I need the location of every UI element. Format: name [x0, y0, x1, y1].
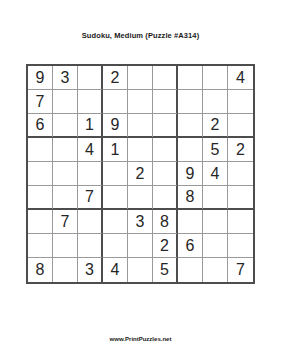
cell-r4c3-given-4[interactable]: 4: [78, 138, 103, 162]
footer-url: www.PrintPuzzles.net: [0, 336, 281, 342]
cell-r6c9-empty[interactable]: [228, 186, 253, 210]
cell-r5c4-empty[interactable]: [103, 162, 128, 186]
cell-r1c1-given-9[interactable]: 9: [28, 66, 53, 90]
cell-r5c9-empty[interactable]: [228, 162, 253, 186]
puzzle-title: Sudoku, Medium (Puzzle #A314): [0, 31, 281, 40]
cell-r4c6-empty[interactable]: [153, 138, 178, 162]
cell-r4c4-given-1[interactable]: 1: [103, 138, 128, 162]
cell-r9c1-given-8[interactable]: 8: [28, 258, 53, 282]
cell-r7c4-empty[interactable]: [103, 210, 128, 234]
cell-r2c1-given-7[interactable]: 7: [28, 90, 53, 114]
cell-r3c5-empty[interactable]: [128, 114, 153, 138]
cell-r9c5-empty[interactable]: [128, 258, 153, 282]
cell-r9c9-given-7[interactable]: 7: [228, 258, 253, 282]
cell-r1c5-empty[interactable]: [128, 66, 153, 90]
cell-r2c8-empty[interactable]: [203, 90, 228, 114]
cell-r7c3-empty[interactable]: [78, 210, 103, 234]
cell-r8c3-empty[interactable]: [78, 234, 103, 258]
cell-r6c8-empty[interactable]: [203, 186, 228, 210]
cell-r6c2-empty[interactable]: [53, 186, 78, 210]
cell-r7c5-given-3[interactable]: 3: [128, 210, 153, 234]
cell-r1c2-given-3[interactable]: 3: [53, 66, 78, 90]
cell-r9c4-given-4[interactable]: 4: [103, 258, 128, 282]
cell-r6c1-empty[interactable]: [28, 186, 53, 210]
cell-r5c2-empty[interactable]: [53, 162, 78, 186]
cell-r6c6-empty[interactable]: [153, 186, 178, 210]
cell-r9c6-given-5[interactable]: 5: [153, 258, 178, 282]
cell-r3c7-empty[interactable]: [178, 114, 203, 138]
cell-r1c3-empty[interactable]: [78, 66, 103, 90]
cell-r6c7-given-8[interactable]: 8: [178, 186, 203, 210]
cell-r5c7-given-9[interactable]: 9: [178, 162, 203, 186]
cell-r3c9-empty[interactable]: [228, 114, 253, 138]
cell-r3c1-given-6[interactable]: 6: [28, 114, 53, 138]
cell-r2c5-empty[interactable]: [128, 90, 153, 114]
cell-r2c4-empty[interactable]: [103, 90, 128, 114]
cell-r3c6-empty[interactable]: [153, 114, 178, 138]
cell-r4c7-empty[interactable]: [178, 138, 203, 162]
cell-r9c2-empty[interactable]: [53, 258, 78, 282]
cell-r2c7-empty[interactable]: [178, 90, 203, 114]
cell-r1c7-empty[interactable]: [178, 66, 203, 90]
cell-r8c9-empty[interactable]: [228, 234, 253, 258]
cell-r8c1-empty[interactable]: [28, 234, 53, 258]
cell-r4c2-empty[interactable]: [53, 138, 78, 162]
cell-r4c5-empty[interactable]: [128, 138, 153, 162]
cell-r2c2-empty[interactable]: [53, 90, 78, 114]
cell-r8c6-given-2[interactable]: 2: [153, 234, 178, 258]
cell-r7c7-empty[interactable]: [178, 210, 203, 234]
cell-r3c4-given-9[interactable]: 9: [103, 114, 128, 138]
cell-r3c8-given-2[interactable]: 2: [203, 114, 228, 138]
cell-r8c7-given-6[interactable]: 6: [178, 234, 203, 258]
cell-r2c6-empty[interactable]: [153, 90, 178, 114]
cell-r4c9-given-2[interactable]: 2: [228, 138, 253, 162]
cell-r2c9-empty[interactable]: [228, 90, 253, 114]
cell-r7c2-given-7[interactable]: 7: [53, 210, 78, 234]
cell-r5c5-given-2[interactable]: 2: [128, 162, 153, 186]
cell-r1c6-empty[interactable]: [153, 66, 178, 90]
cell-r7c6-given-8[interactable]: 8: [153, 210, 178, 234]
cell-r8c2-empty[interactable]: [53, 234, 78, 258]
cell-r6c4-empty[interactable]: [103, 186, 128, 210]
cell-r1c4-given-2[interactable]: 2: [103, 66, 128, 90]
cell-r2c3-empty[interactable]: [78, 90, 103, 114]
cell-r9c3-given-3[interactable]: 3: [78, 258, 103, 282]
printable-page: Sudoku, Medium (Puzzle #A314) 9324761924…: [0, 0, 281, 363]
cell-r9c8-empty[interactable]: [203, 258, 228, 282]
cell-r7c8-empty[interactable]: [203, 210, 228, 234]
cell-r1c8-empty[interactable]: [203, 66, 228, 90]
cell-r6c5-empty[interactable]: [128, 186, 153, 210]
cell-r8c4-empty[interactable]: [103, 234, 128, 258]
cell-r5c6-empty[interactable]: [153, 162, 178, 186]
cell-r8c5-empty[interactable]: [128, 234, 153, 258]
cell-r3c2-empty[interactable]: [53, 114, 78, 138]
cell-r1c9-given-4[interactable]: 4: [228, 66, 253, 90]
sudoku-board: 9324761924152294787382683457: [26, 64, 255, 284]
cell-r7c1-empty[interactable]: [28, 210, 53, 234]
cell-r4c8-given-5[interactable]: 5: [203, 138, 228, 162]
cell-r4c1-empty[interactable]: [28, 138, 53, 162]
cell-r7c9-empty[interactable]: [228, 210, 253, 234]
cell-r9c7-empty[interactable]: [178, 258, 203, 282]
cell-r5c8-given-4[interactable]: 4: [203, 162, 228, 186]
cell-r6c3-given-7[interactable]: 7: [78, 186, 103, 210]
cell-r5c3-empty[interactable]: [78, 162, 103, 186]
cell-r8c8-empty[interactable]: [203, 234, 228, 258]
cell-r3c3-given-1[interactable]: 1: [78, 114, 103, 138]
cell-r5c1-empty[interactable]: [28, 162, 53, 186]
